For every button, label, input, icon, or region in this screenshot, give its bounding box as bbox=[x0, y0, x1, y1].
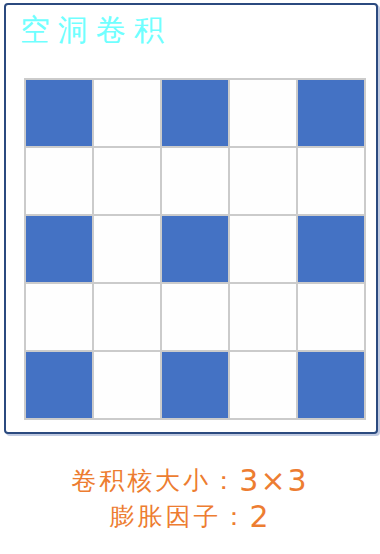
kernel-size-label: 卷积核大小： bbox=[71, 466, 239, 495]
empty-cell bbox=[162, 148, 228, 214]
empty-cell bbox=[230, 216, 296, 282]
kernel-tap-cell bbox=[26, 80, 92, 146]
dilation-factor-caption: 膨胀因子：2 bbox=[0, 499, 380, 534]
kernel-tap-cell bbox=[162, 216, 228, 282]
kernel-size-value: 3×3 bbox=[239, 463, 308, 498]
kernel-tap-cell bbox=[26, 216, 92, 282]
empty-cell bbox=[298, 284, 364, 350]
kernel-tap-cell bbox=[26, 352, 92, 418]
empty-cell bbox=[94, 284, 160, 350]
dilation-factor-label: 膨胀因子： bbox=[109, 502, 249, 531]
kernel-tap-cell bbox=[162, 80, 228, 146]
kernel-tap-cell bbox=[298, 352, 364, 418]
dilation-factor-value: 2 bbox=[249, 499, 270, 534]
empty-cell bbox=[298, 148, 364, 214]
kernel-tap-cell bbox=[298, 216, 364, 282]
kernel-tap-cell bbox=[162, 352, 228, 418]
kernel-tap-cell bbox=[298, 80, 364, 146]
empty-cell bbox=[230, 284, 296, 350]
empty-cell bbox=[26, 148, 92, 214]
empty-cell bbox=[230, 148, 296, 214]
convolution-grid bbox=[24, 78, 366, 420]
empty-cell bbox=[94, 148, 160, 214]
empty-cell bbox=[94, 80, 160, 146]
empty-cell bbox=[230, 80, 296, 146]
page: { "game": "dilated-convolution-grid-diag… bbox=[0, 0, 380, 554]
empty-cell bbox=[94, 352, 160, 418]
empty-cell bbox=[162, 284, 228, 350]
empty-cell bbox=[230, 352, 296, 418]
empty-cell bbox=[26, 284, 92, 350]
diagram-title: 空洞卷积 bbox=[20, 13, 172, 47]
kernel-size-caption: 卷积核大小：3×3 bbox=[0, 463, 380, 498]
empty-cell bbox=[94, 216, 160, 282]
